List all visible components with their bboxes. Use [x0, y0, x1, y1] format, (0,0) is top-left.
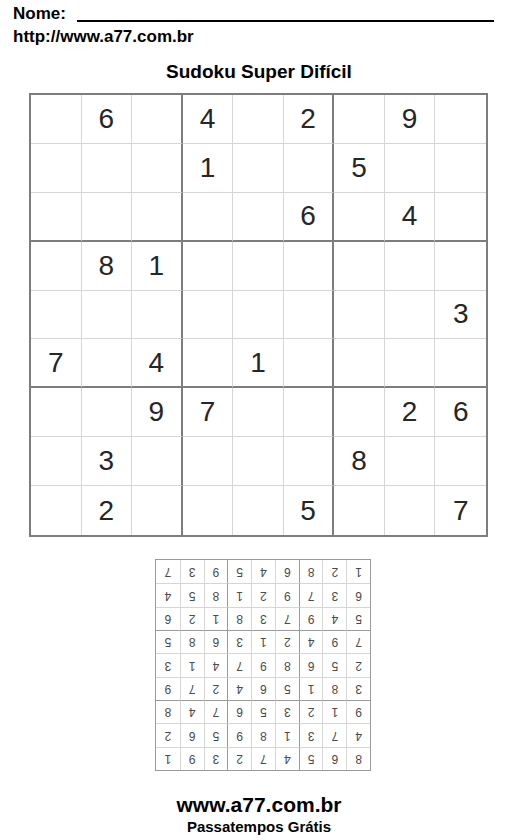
sudoku-cell-r1c1 [31, 95, 82, 144]
solution-cell-r5c1: 2 [346, 653, 370, 676]
sudoku-cell-r6c6 [284, 339, 335, 388]
solution-cell-r9c7: 9 [204, 560, 228, 583]
solution-cell-r8c3: 7 [299, 583, 323, 606]
solution-cell-r9c5: 4 [251, 560, 275, 583]
sudoku-cell-r4c2: 8 [82, 242, 133, 291]
solution-cell-r6c7: 6 [204, 630, 228, 653]
solution-cell-r2c4: 1 [275, 723, 299, 746]
sudoku-cell-r5c9: 3 [435, 291, 486, 340]
solution-cell-r4c6: 4 [227, 677, 251, 700]
solution-cell-r3c5: 5 [251, 700, 275, 723]
sudoku-cell-r7c8: 2 [385, 388, 436, 437]
sudoku-cell-r1c4: 4 [183, 95, 234, 144]
solution-cell-r9c3: 8 [299, 560, 323, 583]
solution-cell-r6c6: 3 [227, 630, 251, 653]
sudoku-cell-r6c2 [82, 339, 133, 388]
site-url-text: http://www.a77.com.br [13, 27, 194, 47]
sudoku-cell-r4c1 [31, 242, 82, 291]
solution-cell-r4c4: 5 [275, 677, 299, 700]
sudoku-cell-r2c6 [284, 144, 335, 193]
solution-cell-r2c7: 5 [204, 723, 228, 746]
sudoku-cell-r6c4 [183, 339, 234, 388]
solution-cell-r9c1: 1 [346, 560, 370, 583]
sudoku-cell-r9c1 [31, 486, 82, 535]
solution-cell-r1c1: 8 [346, 747, 370, 770]
sudoku-cell-r7c6 [284, 388, 335, 437]
sudoku-cell-r9c6: 5 [284, 486, 335, 535]
solution-cell-r7c5: 3 [251, 607, 275, 630]
solution-cell-r9c4: 6 [275, 560, 299, 583]
solution-cell-r6c9: 5 [156, 630, 180, 653]
solution-cell-r2c2: 7 [322, 723, 346, 746]
solution-cell-r9c8: 3 [180, 560, 204, 583]
solution-cell-r4c9: 9 [156, 677, 180, 700]
sudoku-cell-r8c8 [385, 437, 436, 486]
sudoku-cell-r1c6: 2 [284, 95, 335, 144]
sudoku-cell-r5c5 [233, 291, 284, 340]
solution-cell-r5c8: 1 [180, 653, 204, 676]
sudoku-cell-r4c7 [334, 242, 385, 291]
solution-cell-r6c8: 8 [180, 630, 204, 653]
solution-cell-r5c7: 4 [204, 653, 228, 676]
solution-cell-r2c8: 6 [180, 723, 204, 746]
solution-cell-r1c3: 5 [299, 747, 323, 770]
solution-cell-r8c7: 8 [204, 583, 228, 606]
sudoku-cell-r3c1 [31, 193, 82, 242]
sudoku-cell-r1c3 [132, 95, 183, 144]
solution-cell-r1c6: 2 [227, 747, 251, 770]
solution-cell-r6c3: 4 [299, 630, 323, 653]
sudoku-cell-r5c1 [31, 291, 82, 340]
sudoku-cell-r2c9 [435, 144, 486, 193]
solution-cell-r6c4: 2 [275, 630, 299, 653]
sudoku-cell-r7c4: 7 [183, 388, 234, 437]
solution-cell-r8c9: 4 [156, 583, 180, 606]
solution-cell-r1c7: 3 [204, 747, 228, 770]
sudoku-cell-r3c3 [132, 193, 183, 242]
solution-cell-r8c2: 3 [322, 583, 346, 606]
sudoku-cell-r8c4 [183, 437, 234, 486]
sudoku-grid: 64291564813741972638257 [29, 93, 488, 537]
sudoku-cell-r4c9 [435, 242, 486, 291]
sudoku-cell-r4c4 [183, 242, 234, 291]
sudoku-cell-r9c7 [334, 486, 385, 535]
solution-cell-r5c6: 7 [227, 653, 251, 676]
solution-cell-r4c1: 3 [346, 677, 370, 700]
solution-cell-r3c7: 7 [204, 700, 228, 723]
solution-cell-r5c5: 9 [251, 653, 275, 676]
sudoku-cell-r6c8 [385, 339, 436, 388]
sudoku-cell-r2c5 [233, 144, 284, 193]
sudoku-cell-r8c9 [435, 437, 486, 486]
sudoku-cell-r6c3: 4 [132, 339, 183, 388]
solution-cell-r9c6: 5 [227, 560, 251, 583]
sudoku-cell-r9c4 [183, 486, 234, 535]
sudoku-cell-r7c7 [334, 388, 385, 437]
sudoku-cell-r8c1 [31, 437, 82, 486]
name-label: Nome: [13, 4, 66, 24]
solution-cell-r1c5: 7 [251, 747, 275, 770]
sudoku-cell-r7c1 [31, 388, 82, 437]
sudoku-cell-r5c6 [284, 291, 335, 340]
sudoku-cell-r5c4 [183, 291, 234, 340]
sudoku-cell-r3c9 [435, 193, 486, 242]
sudoku-cell-r6c1: 7 [31, 339, 82, 388]
solution-cell-r7c4: 7 [275, 607, 299, 630]
sudoku-cell-r3c7 [334, 193, 385, 242]
sudoku-cell-r2c8 [385, 144, 436, 193]
solution-cell-r9c9: 7 [156, 560, 180, 583]
solution-cell-r7c8: 2 [180, 607, 204, 630]
solution-cell-r8c8: 5 [180, 583, 204, 606]
solution-cell-r4c7: 2 [204, 677, 228, 700]
page-title: Sudoku Super Difícil [0, 61, 518, 83]
solution-cell-r1c9: 1 [156, 747, 180, 770]
solution-cell-r2c9: 2 [156, 723, 180, 746]
solution-cell-r7c9: 6 [156, 607, 180, 630]
sudoku-cell-r6c9 [435, 339, 486, 388]
sudoku-cell-r1c9 [435, 95, 486, 144]
sudoku-cell-r4c6 [284, 242, 335, 291]
sudoku-cell-r4c3: 1 [132, 242, 183, 291]
solution-cell-r2c3: 3 [299, 723, 323, 746]
sudoku-cell-r2c4: 1 [183, 144, 234, 193]
page: Nome: http://www.a77.com.br Sudoku Super… [0, 0, 518, 840]
sudoku-cell-r8c3 [132, 437, 183, 486]
solution-cell-r8c5: 2 [251, 583, 275, 606]
sudoku-cell-r9c9: 7 [435, 486, 486, 535]
sudoku-cell-r1c5 [233, 95, 284, 144]
solution-cell-r2c1: 4 [346, 723, 370, 746]
solution-cell-r6c2: 9 [322, 630, 346, 653]
sudoku-cell-r3c6: 6 [284, 193, 335, 242]
solution-cell-r1c8: 9 [180, 747, 204, 770]
footer-tagline-text: Passatempos Grátis [0, 818, 518, 835]
solution-cell-r3c3: 2 [299, 700, 323, 723]
sudoku-cell-r7c3: 9 [132, 388, 183, 437]
sudoku-cell-r7c9: 6 [435, 388, 486, 437]
sudoku-cell-r5c2 [82, 291, 133, 340]
solution-cell-r9c2: 2 [322, 560, 346, 583]
solution-cell-r3c1: 9 [346, 700, 370, 723]
solution-cell-r1c2: 6 [322, 747, 346, 770]
sudoku-cell-r1c2: 6 [82, 95, 133, 144]
sudoku-cell-r5c8 [385, 291, 436, 340]
sudoku-cell-r8c2: 3 [82, 437, 133, 486]
footer-site-text: www.a77.com.br [0, 793, 518, 817]
solution-cell-r5c4: 8 [275, 653, 299, 676]
sudoku-cell-r6c5: 1 [233, 339, 284, 388]
sudoku-cell-r7c5 [233, 388, 284, 437]
sudoku-cell-r7c2 [82, 388, 133, 437]
sudoku-cell-r4c5 [233, 242, 284, 291]
name-underline [77, 20, 494, 22]
sudoku-cell-r5c3 [132, 291, 183, 340]
sudoku-cell-r8c5 [233, 437, 284, 486]
solution-cell-r6c5: 1 [251, 630, 275, 653]
sudoku-cell-r9c3 [132, 486, 183, 535]
sudoku-cell-r2c1 [31, 144, 82, 193]
sudoku-cell-r9c2: 2 [82, 486, 133, 535]
sudoku-cell-r8c6 [284, 437, 335, 486]
solution-cell-r7c7: 1 [204, 607, 228, 630]
solution-cell-r3c4: 3 [275, 700, 299, 723]
solution-cell-r4c2: 8 [322, 677, 346, 700]
solution-cell-r7c3: 9 [299, 607, 323, 630]
sudoku-cell-r6c7 [334, 339, 385, 388]
sudoku-cell-r3c8: 4 [385, 193, 436, 242]
sudoku-cell-r3c2 [82, 193, 133, 242]
solution-cell-r5c9: 3 [156, 653, 180, 676]
solution-cell-r4c8: 7 [180, 677, 204, 700]
solution-cell-r2c6: 9 [227, 723, 251, 746]
sudoku-cell-r4c8 [385, 242, 436, 291]
sudoku-cell-r1c8: 9 [385, 95, 436, 144]
solution-cell-r5c3: 6 [299, 653, 323, 676]
sudoku-cell-r2c2 [82, 144, 133, 193]
solution-cell-r5c2: 5 [322, 653, 346, 676]
solution-cell-r7c2: 4 [322, 607, 346, 630]
sudoku-cell-r2c7: 5 [334, 144, 385, 193]
solution-cell-r3c9: 8 [156, 700, 180, 723]
solution-cell-r4c5: 6 [251, 677, 275, 700]
solution-cell-r3c6: 6 [227, 700, 251, 723]
solution-cell-r7c1: 5 [346, 607, 370, 630]
solution-cell-r2c5: 8 [251, 723, 275, 746]
sudoku-cell-r3c4 [183, 193, 234, 242]
solution-grid-rotated: 8654723914731895629123567483815642792568… [155, 559, 371, 771]
sudoku-cell-r5c7 [334, 291, 385, 340]
solution-cell-r3c8: 4 [180, 700, 204, 723]
sudoku-cell-r9c5 [233, 486, 284, 535]
sudoku-cell-r3c5 [233, 193, 284, 242]
solution-cell-r1c4: 4 [275, 747, 299, 770]
solution-cell-r6c1: 7 [346, 630, 370, 653]
solution-cell-r3c2: 1 [322, 700, 346, 723]
sudoku-cell-r8c7: 8 [334, 437, 385, 486]
solution-cell-r4c3: 1 [299, 677, 323, 700]
sudoku-cell-r1c7 [334, 95, 385, 144]
solution-cell-r8c4: 9 [275, 583, 299, 606]
sudoku-cell-r9c8 [385, 486, 436, 535]
solution-cell-r7c6: 8 [227, 607, 251, 630]
sudoku-cell-r2c3 [132, 144, 183, 193]
solution-cell-r8c6: 1 [227, 583, 251, 606]
solution-cell-r8c1: 6 [346, 583, 370, 606]
